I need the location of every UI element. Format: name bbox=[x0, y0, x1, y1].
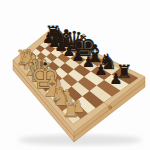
piece-black-pawn-h7: ♟ bbox=[109, 70, 122, 87]
chess-board-photo: ♜♞♟♝♟♟♛♟♚♟♟♝♜♟♟♞♞♟♝♟♟♜♛♟♟♚♟♝♟♞♟♜ bbox=[0, 0, 150, 150]
black-king-finial bbox=[82, 34, 85, 37]
white-king-finial bbox=[44, 62, 47, 65]
piece-black-pawn-f7: ♟ bbox=[82, 53, 95, 70]
brass-latch bbox=[109, 106, 112, 109]
piece-white-rook-h1: ♜ bbox=[62, 98, 80, 122]
product-photo: ♜♞♟♝♟♟♛♟♚♟♟♝♜♟♟♞♞♟♝♟♟♜♛♟♟♚♟♝♟♞♟♜ bbox=[0, 0, 150, 150]
piece-black-pawn-g7: ♟ bbox=[94, 61, 107, 78]
